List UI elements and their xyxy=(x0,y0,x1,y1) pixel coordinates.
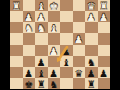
square-a1[interactable]: ♜ xyxy=(98,0,111,11)
piece-wK-e1[interactable]: ♚ xyxy=(49,1,58,12)
square-b6[interactable]: ♞ xyxy=(85,56,98,67)
square-b8[interactable]: ♜ xyxy=(85,78,98,89)
square-b1[interactable]: ♛ xyxy=(85,0,98,11)
piece-wN-g3[interactable]: ♞ xyxy=(24,23,33,34)
piece-bP-e7[interactable]: ♟ xyxy=(49,67,58,78)
piece-bQ-c7[interactable]: ♛ xyxy=(74,67,83,78)
square-h3[interactable] xyxy=(10,22,23,33)
square-g6[interactable] xyxy=(23,56,36,67)
chess-board: ♜♝♚♛♜♟♟♟♟♞♞♝♟♟♟♟♝♞♟♝♟♛♟♟♚♜♞♜ xyxy=(10,0,110,89)
piece-bN-b6[interactable]: ♞ xyxy=(87,56,96,67)
square-f7[interactable]: ♝ xyxy=(35,67,48,78)
square-c1[interactable] xyxy=(73,0,86,11)
square-g2[interactable]: ♟ xyxy=(23,11,36,22)
square-b3[interactable] xyxy=(85,22,98,33)
piece-wQ-b1[interactable]: ♛ xyxy=(87,1,96,12)
square-b5[interactable] xyxy=(85,45,98,56)
piece-bP-f6[interactable]: ♟ xyxy=(37,56,46,67)
piece-bB-f7[interactable]: ♝ xyxy=(37,67,46,78)
square-f6[interactable]: ♟ xyxy=(35,56,48,67)
square-c8[interactable] xyxy=(73,78,86,89)
square-g8[interactable]: ♚ xyxy=(23,78,36,89)
letterbox: ♜♝♚♛♜♟♟♟♟♞♞♝♟♟♟♟♝♞♟♝♟♛♟♟♚♜♞♜ xyxy=(0,0,120,90)
square-c5[interactable] xyxy=(73,45,86,56)
square-d7[interactable] xyxy=(60,67,73,78)
square-b7[interactable]: ♟ xyxy=(85,67,98,78)
square-h2[interactable] xyxy=(10,11,23,22)
square-d1[interactable] xyxy=(60,0,73,11)
square-b4[interactable] xyxy=(85,33,98,44)
square-a3[interactable] xyxy=(98,22,111,33)
square-g3[interactable]: ♞ xyxy=(23,22,36,33)
square-c4[interactable]: ♟ xyxy=(73,33,86,44)
square-a8[interactable] xyxy=(98,78,111,89)
square-h7[interactable] xyxy=(10,67,23,78)
piece-bK-g8[interactable]: ♚ xyxy=(24,78,33,89)
square-h6[interactable] xyxy=(10,56,23,67)
piece-wP-f2[interactable]: ♟ xyxy=(37,12,46,23)
piece-wP-a2[interactable]: ♟ xyxy=(99,12,108,23)
square-g5[interactable] xyxy=(23,45,36,56)
square-d8[interactable] xyxy=(60,78,73,89)
square-a7[interactable]: ♟ xyxy=(98,67,111,78)
piece-bP-a7[interactable]: ♟ xyxy=(99,67,108,78)
square-d3[interactable] xyxy=(60,22,73,33)
piece-bP-b7[interactable]: ♟ xyxy=(87,67,96,78)
piece-wP-e5[interactable]: ♟ xyxy=(49,45,58,56)
piece-bP-g7[interactable]: ♟ xyxy=(24,67,33,78)
square-g1[interactable] xyxy=(23,0,36,11)
square-e8[interactable]: ♞ xyxy=(48,78,61,89)
piece-wB-e3[interactable]: ♝ xyxy=(49,23,58,34)
piece-bP-d5[interactable]: ♟ xyxy=(62,45,71,56)
square-d6[interactable]: ♝ xyxy=(60,56,73,67)
square-c6[interactable] xyxy=(73,56,86,67)
square-a4[interactable] xyxy=(98,33,111,44)
piece-wP-b2[interactable]: ♟ xyxy=(87,12,96,23)
square-f3[interactable]: ♞ xyxy=(35,22,48,33)
piece-wP-c4[interactable]: ♟ xyxy=(74,34,83,45)
square-c7[interactable]: ♛ xyxy=(73,67,86,78)
piece-wR-h1[interactable]: ♜ xyxy=(12,1,21,12)
square-h4[interactable] xyxy=(10,33,23,44)
square-d4[interactable] xyxy=(60,33,73,44)
square-d2[interactable] xyxy=(60,11,73,22)
square-a5[interactable] xyxy=(98,45,111,56)
square-e2[interactable] xyxy=(48,11,61,22)
square-g7[interactable]: ♟ xyxy=(23,67,36,78)
square-e3[interactable]: ♝ xyxy=(48,22,61,33)
square-c2[interactable] xyxy=(73,11,86,22)
square-e4[interactable] xyxy=(48,33,61,44)
piece-wP-g2[interactable]: ♟ xyxy=(24,12,33,23)
square-d5[interactable]: ♟ xyxy=(60,45,73,56)
piece-wB-f1[interactable]: ♝ xyxy=(37,1,46,12)
square-a2[interactable]: ♟ xyxy=(98,11,111,22)
square-g4[interactable] xyxy=(23,33,36,44)
square-a6[interactable] xyxy=(98,56,111,67)
piece-bR-b8[interactable]: ♜ xyxy=(87,78,96,89)
square-e5[interactable]: ♟ xyxy=(48,45,61,56)
square-f4[interactable] xyxy=(35,33,48,44)
square-f8[interactable]: ♜ xyxy=(35,78,48,89)
square-e7[interactable]: ♟ xyxy=(48,67,61,78)
piece-bB-d6[interactable]: ♝ xyxy=(62,56,71,67)
square-b2[interactable]: ♟ xyxy=(85,11,98,22)
square-c3[interactable] xyxy=(73,22,86,33)
square-h8[interactable] xyxy=(10,78,23,89)
square-h5[interactable] xyxy=(10,45,23,56)
square-f2[interactable]: ♟ xyxy=(35,11,48,22)
square-f1[interactable]: ♝ xyxy=(35,0,48,11)
square-f5[interactable] xyxy=(35,45,48,56)
piece-wN-f3[interactable]: ♞ xyxy=(37,23,46,34)
piece-bN-e8[interactable]: ♞ xyxy=(49,78,58,89)
piece-wR-a1[interactable]: ♜ xyxy=(99,1,108,12)
square-h1[interactable]: ♜ xyxy=(10,0,23,11)
piece-bR-f8[interactable]: ♜ xyxy=(37,78,46,89)
square-e1[interactable]: ♚ xyxy=(48,0,61,11)
square-e6[interactable] xyxy=(48,56,61,67)
